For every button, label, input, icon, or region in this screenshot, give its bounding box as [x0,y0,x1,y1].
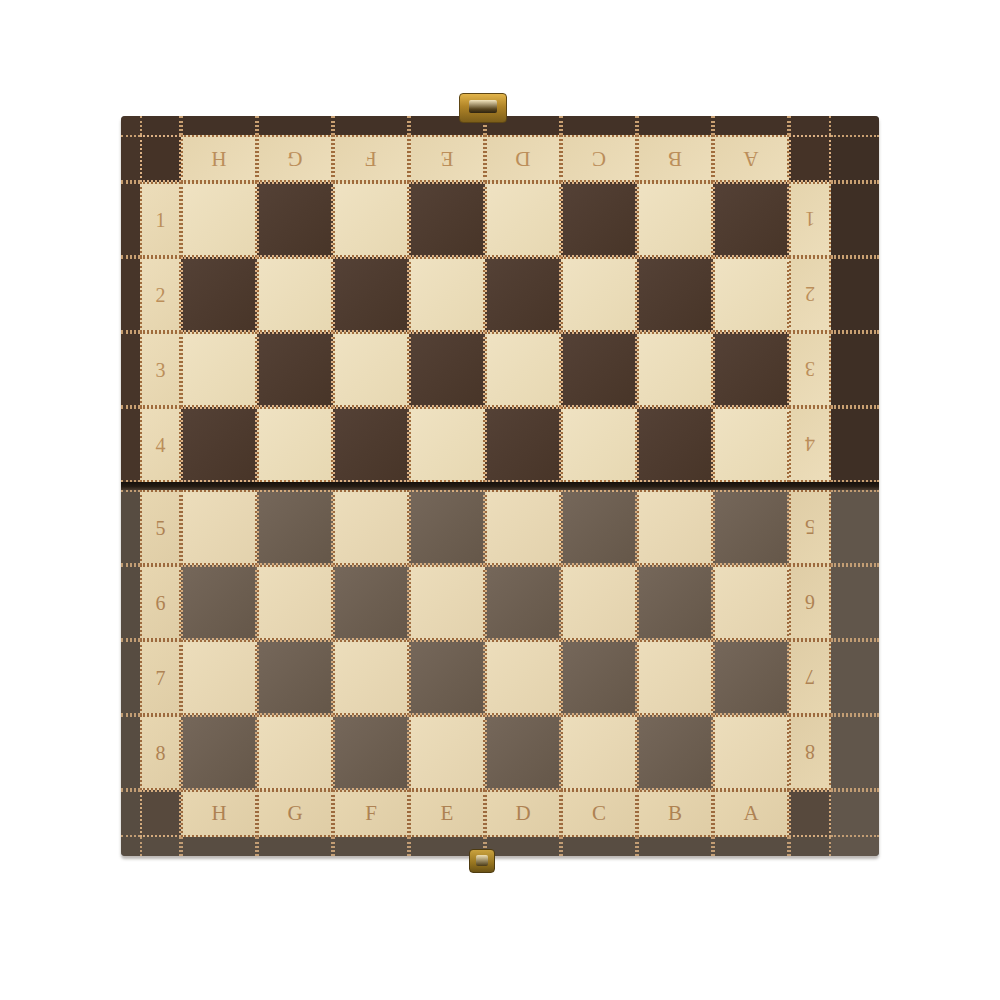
square-a3 [713,332,789,407]
rank-label-right-7: 7 [789,640,831,715]
square-e6 [409,565,485,640]
square-f8 [333,715,409,790]
square-a1 [713,182,789,257]
square-a8 [713,715,789,790]
square-e7 [409,640,485,715]
frame-right-segment [831,407,879,482]
frame-bottom-segment [140,837,181,856]
file-label-bottom-a: A [713,790,789,837]
square-e1 [409,182,485,257]
frame-bottom-segment [181,837,257,856]
frame-corner [831,837,879,856]
square-g7 [257,640,333,715]
square-f5 [333,490,409,565]
rank-label-left-2: 2 [140,257,181,332]
file-label-top-b: B [637,135,713,182]
rank-label-left-6: 6 [140,565,181,640]
square-d8 [485,715,561,790]
square-d3 [485,332,561,407]
frame-top-segment [181,116,257,135]
frame-corner [831,116,879,135]
square-a6 [713,565,789,640]
rank-label-right-8: 8 [789,715,831,790]
brass-latch-bottom [469,849,495,873]
frame-left-segment [121,565,140,640]
file-label-bottom-b: B [637,790,713,837]
square-a2 [713,257,789,332]
latch-opening [476,855,488,866]
square-f4 [333,407,409,482]
square-f3 [333,332,409,407]
square-h8 [181,715,257,790]
frame-top-segment [257,116,333,135]
label-ring-corner [789,790,831,837]
file-label-bottom-g: G [257,790,333,837]
frame-top-segment [789,116,831,135]
square-e4 [409,407,485,482]
square-h7 [181,640,257,715]
frame-top-segment [140,116,181,135]
square-c3 [561,332,637,407]
square-g3 [257,332,333,407]
brass-clasp-top [459,93,507,123]
frame-top-segment [637,116,713,135]
square-b7 [637,640,713,715]
square-g6 [257,565,333,640]
fold-seam [121,482,879,490]
square-g5 [257,490,333,565]
square-b6 [637,565,713,640]
frame-top-segment [713,116,789,135]
frame-left-segment [121,407,140,482]
file-label-top-h: H [181,135,257,182]
square-g1 [257,182,333,257]
square-e8 [409,715,485,790]
frame-right-segment [831,490,879,565]
square-d5 [485,490,561,565]
rank-label-right-2: 2 [789,257,831,332]
square-c8 [561,715,637,790]
square-g4 [257,407,333,482]
file-label-bottom-h: H [181,790,257,837]
square-c7 [561,640,637,715]
frame-bottom-segment [333,837,409,856]
frame-left-segment [121,135,140,182]
file-label-bottom-d: D [485,790,561,837]
square-b4 [637,407,713,482]
frame-bottom-segment [257,837,333,856]
file-label-bottom-c: C [561,790,637,837]
file-label-top-c: C [561,135,637,182]
rank-label-left-8: 8 [140,715,181,790]
chess-board-grid: HGFEDCBA1122334455667788HGFEDCBA [121,116,879,856]
square-d7 [485,640,561,715]
square-e3 [409,332,485,407]
rank-label-right-5: 5 [789,490,831,565]
rank-label-right-1: 1 [789,182,831,257]
square-h1 [181,182,257,257]
frame-right-segment [831,182,879,257]
frame-bottom-segment [637,837,713,856]
frame-corner [121,116,140,135]
file-label-bottom-f: F [333,790,409,837]
square-b2 [637,257,713,332]
square-g2 [257,257,333,332]
rank-label-left-7: 7 [140,640,181,715]
rank-label-left-5: 5 [140,490,181,565]
file-label-top-a: A [713,135,789,182]
square-e5 [409,490,485,565]
frame-left-segment [121,490,140,565]
rank-label-right-6: 6 [789,565,831,640]
square-c6 [561,565,637,640]
frame-right-segment [831,257,879,332]
rank-label-right-4: 4 [789,407,831,482]
product-photo-background: HGFEDCBA1122334455667788HGFEDCBA [0,0,1000,1000]
frame-bottom-segment [713,837,789,856]
frame-top-segment [333,116,409,135]
square-c5 [561,490,637,565]
frame-left-segment [121,640,140,715]
file-label-top-e: E [409,135,485,182]
rank-label-left-3: 3 [140,332,181,407]
square-a7 [713,640,789,715]
label-ring-corner [789,135,831,182]
square-h2 [181,257,257,332]
rank-label-left-1: 1 [140,182,181,257]
frame-left-segment [121,715,140,790]
square-b8 [637,715,713,790]
rank-label-left-4: 4 [140,407,181,482]
square-e2 [409,257,485,332]
frame-left-segment [121,182,140,257]
square-c1 [561,182,637,257]
frame-bottom-segment [789,837,831,856]
frame-left-segment [121,257,140,332]
square-g8 [257,715,333,790]
square-d6 [485,565,561,640]
label-ring-corner [140,135,181,182]
square-d4 [485,407,561,482]
frame-right-segment [831,565,879,640]
label-ring-corner [140,790,181,837]
square-h4 [181,407,257,482]
square-c4 [561,407,637,482]
square-f1 [333,182,409,257]
file-label-top-g: G [257,135,333,182]
frame-right-segment [831,332,879,407]
square-h3 [181,332,257,407]
square-d1 [485,182,561,257]
square-a4 [713,407,789,482]
square-h6 [181,565,257,640]
frame-left-segment [121,790,140,837]
square-f7 [333,640,409,715]
frame-right-segment [831,715,879,790]
square-f2 [333,257,409,332]
square-c2 [561,257,637,332]
square-a5 [713,490,789,565]
square-b5 [637,490,713,565]
frame-bottom-segment [485,837,561,856]
square-h5 [181,490,257,565]
file-label-top-f: F [333,135,409,182]
file-label-bottom-e: E [409,790,485,837]
file-label-top-d: D [485,135,561,182]
frame-top-segment [561,116,637,135]
frame-corner [121,837,140,856]
square-b1 [637,182,713,257]
clasp-opening [469,100,497,113]
frame-left-segment [121,332,140,407]
square-d2 [485,257,561,332]
square-f6 [333,565,409,640]
frame-bottom-segment [561,837,637,856]
frame-right-segment [831,640,879,715]
frame-right-segment [831,135,879,182]
square-b3 [637,332,713,407]
frame-right-segment [831,790,879,837]
rank-label-right-3: 3 [789,332,831,407]
